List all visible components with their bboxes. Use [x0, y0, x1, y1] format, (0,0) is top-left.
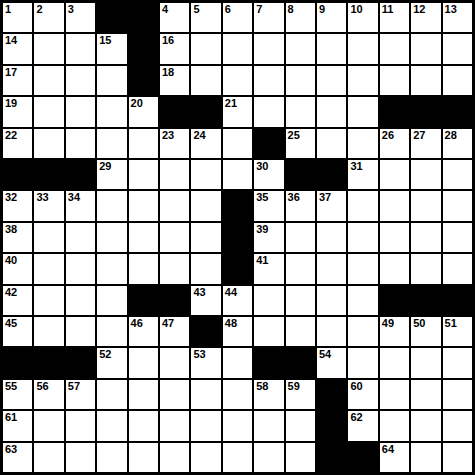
clue-number-34: 34 — [68, 191, 80, 204]
white-square-r0c12[interactable]: 11 — [380, 3, 409, 32]
white-square-r1c11[interactable] — [348, 34, 377, 63]
white-square-r8c6[interactable] — [191, 254, 220, 283]
black-square-r13c10 — [317, 411, 346, 440]
white-square-r12c13[interactable] — [411, 380, 440, 409]
white-square-r6c2[interactable]: 34 — [66, 191, 95, 220]
white-square-r8c12[interactable] — [380, 254, 409, 283]
white-square-r6c0[interactable]: 32 — [3, 191, 32, 220]
white-square-r11c3[interactable]: 52 — [97, 348, 126, 377]
black-square-r6c7 — [223, 191, 252, 220]
white-square-r7c4[interactable] — [129, 223, 158, 252]
clue-number-1: 1 — [5, 3, 11, 16]
clue-number-49: 49 — [382, 317, 394, 330]
white-square-r6c1[interactable]: 33 — [34, 191, 63, 220]
white-square-r9c8[interactable] — [254, 286, 283, 315]
white-square-r5c6[interactable] — [191, 160, 220, 189]
white-square-r8c1[interactable] — [34, 254, 63, 283]
white-square-r8c3[interactable] — [97, 254, 126, 283]
clue-number-27: 27 — [413, 129, 425, 142]
clue-number-55: 55 — [5, 380, 17, 393]
white-square-r11c11[interactable] — [348, 348, 377, 377]
clue-number-4: 4 — [162, 3, 168, 16]
white-square-r4c6[interactable]: 24 — [191, 129, 220, 158]
white-square-r10c1[interactable] — [34, 317, 63, 346]
white-square-r4c12[interactable]: 26 — [380, 129, 409, 158]
black-square-r3c5 — [160, 97, 189, 126]
white-square-r2c10[interactable] — [317, 66, 346, 95]
white-square-r0c0[interactable]: 1 — [3, 3, 32, 32]
white-square-r5c12[interactable] — [380, 160, 409, 189]
white-square-r6c14[interactable] — [443, 191, 472, 220]
clue-number-16: 16 — [162, 34, 174, 47]
black-square-r3c6 — [191, 97, 220, 126]
white-square-r7c2[interactable] — [66, 223, 95, 252]
white-square-r12c5[interactable] — [160, 380, 189, 409]
white-square-r5c14[interactable] — [443, 160, 472, 189]
white-square-r6c13[interactable] — [411, 191, 440, 220]
white-square-r4c7[interactable] — [223, 129, 252, 158]
black-square-r14c10 — [317, 443, 346, 472]
white-square-r6c3[interactable] — [97, 191, 126, 220]
white-square-r12c2[interactable]: 57 — [66, 380, 95, 409]
black-square-r8c7 — [223, 254, 252, 283]
clue-number-22: 22 — [5, 129, 17, 142]
clue-number-7: 7 — [256, 3, 262, 16]
white-square-r4c11[interactable] — [348, 129, 377, 158]
white-square-r2c14[interactable] — [443, 66, 472, 95]
white-square-r3c1[interactable] — [34, 97, 63, 126]
clue-number-9: 9 — [319, 3, 325, 16]
clue-number-37: 37 — [319, 191, 331, 204]
black-square-r14c11 — [348, 443, 377, 472]
clue-number-46: 46 — [131, 317, 143, 330]
white-square-r6c10[interactable]: 37 — [317, 191, 346, 220]
white-square-r8c4[interactable] — [129, 254, 158, 283]
clue-number-47: 47 — [162, 317, 174, 330]
white-square-r2c2[interactable] — [66, 66, 95, 95]
white-square-r8c13[interactable] — [411, 254, 440, 283]
black-square-r9c12 — [380, 286, 409, 315]
white-square-r5c11[interactable]: 31 — [348, 160, 377, 189]
white-square-r12c8[interactable]: 58 — [254, 380, 283, 409]
white-square-r1c9[interactable] — [286, 34, 315, 63]
white-square-r2c3[interactable] — [97, 66, 126, 95]
white-square-r3c9[interactable] — [286, 97, 315, 126]
white-square-r7c8[interactable]: 39 — [254, 223, 283, 252]
white-square-r6c6[interactable] — [191, 191, 220, 220]
clue-number-8: 8 — [288, 3, 294, 16]
black-square-r7c7 — [223, 223, 252, 252]
white-square-r9c1[interactable] — [34, 286, 63, 315]
white-square-r4c4[interactable] — [129, 129, 158, 158]
white-square-r3c10[interactable] — [317, 97, 346, 126]
white-square-r11c14[interactable] — [443, 348, 472, 377]
white-square-r0c13[interactable]: 12 — [411, 3, 440, 32]
black-square-r11c1 — [34, 348, 63, 377]
white-square-r14c12[interactable]: 64 — [380, 443, 409, 472]
crossword-grid: 1234567891011121314151617181920212223242… — [0, 0, 475, 475]
white-square-r10c8[interactable] — [254, 317, 283, 346]
white-square-r0c14[interactable]: 13 — [443, 3, 472, 32]
white-square-r11c7[interactable] — [223, 348, 252, 377]
white-square-r9c2[interactable] — [66, 286, 95, 315]
white-square-r10c9[interactable] — [286, 317, 315, 346]
white-square-r0c2[interactable]: 3 — [66, 3, 95, 32]
white-square-r1c3[interactable]: 15 — [97, 34, 126, 63]
white-square-r10c3[interactable] — [97, 317, 126, 346]
clue-number-36: 36 — [288, 191, 300, 204]
white-square-r5c13[interactable] — [411, 160, 440, 189]
white-square-r7c0[interactable]: 38 — [3, 223, 32, 252]
white-square-r8c0[interactable]: 40 — [3, 254, 32, 283]
clue-number-51: 51 — [445, 317, 457, 330]
white-square-r13c9[interactable] — [286, 411, 315, 440]
white-square-r5c7[interactable] — [223, 160, 252, 189]
white-square-r10c0[interactable]: 45 — [3, 317, 32, 346]
white-square-r3c8[interactable] — [254, 97, 283, 126]
white-square-r0c8[interactable]: 7 — [254, 3, 283, 32]
white-square-r14c6[interactable] — [191, 443, 220, 472]
white-square-r7c12[interactable] — [380, 223, 409, 252]
clue-number-15: 15 — [99, 34, 111, 47]
white-square-r10c10[interactable] — [317, 317, 346, 346]
white-square-r7c6[interactable] — [191, 223, 220, 252]
clue-number-40: 40 — [5, 254, 17, 267]
black-square-r1c4 — [129, 34, 158, 63]
white-square-r10c4[interactable]: 46 — [129, 317, 158, 346]
white-square-r13c5[interactable] — [160, 411, 189, 440]
black-square-r11c0 — [3, 348, 32, 377]
white-square-r5c8[interactable]: 30 — [254, 160, 283, 189]
clue-number-26: 26 — [382, 129, 394, 142]
clue-number-3: 3 — [68, 3, 74, 16]
white-square-r14c14[interactable] — [443, 443, 472, 472]
clue-number-30: 30 — [256, 160, 268, 173]
white-square-r3c7[interactable]: 21 — [223, 97, 252, 126]
white-square-r2c9[interactable] — [286, 66, 315, 95]
white-square-r12c9[interactable]: 59 — [286, 380, 315, 409]
white-square-r10c12[interactable]: 49 — [380, 317, 409, 346]
black-square-r4c8 — [254, 129, 283, 158]
clue-number-29: 29 — [99, 160, 111, 173]
white-square-r2c12[interactable] — [380, 66, 409, 95]
clue-number-53: 53 — [193, 348, 205, 361]
clue-number-14: 14 — [5, 34, 17, 47]
white-square-r2c1[interactable] — [34, 66, 63, 95]
white-square-r10c5[interactable]: 47 — [160, 317, 189, 346]
white-square-r13c6[interactable] — [191, 411, 220, 440]
white-square-r1c1[interactable] — [34, 34, 63, 63]
white-square-r13c12[interactable] — [380, 411, 409, 440]
clue-number-42: 42 — [5, 286, 17, 299]
black-square-r9c13 — [411, 286, 440, 315]
white-square-r11c5[interactable] — [160, 348, 189, 377]
white-square-r4c5[interactable]: 23 — [160, 129, 189, 158]
white-square-r7c13[interactable] — [411, 223, 440, 252]
clue-number-17: 17 — [5, 66, 17, 79]
black-square-r11c9 — [286, 348, 315, 377]
white-square-r3c11[interactable] — [348, 97, 377, 126]
black-square-r0c4 — [129, 3, 158, 32]
white-square-r9c9[interactable] — [286, 286, 315, 315]
white-square-r8c10[interactable] — [317, 254, 346, 283]
clue-number-57: 57 — [68, 380, 80, 393]
black-square-r2c4 — [129, 66, 158, 95]
clue-number-21: 21 — [225, 97, 237, 110]
white-square-r14c0[interactable]: 63 — [3, 443, 32, 472]
white-square-r3c0[interactable]: 19 — [3, 97, 32, 126]
clue-number-28: 28 — [445, 129, 457, 142]
white-square-r4c13[interactable]: 27 — [411, 129, 440, 158]
white-square-r11c6[interactable]: 53 — [191, 348, 220, 377]
black-square-r5c2 — [66, 160, 95, 189]
white-square-r1c7[interactable] — [223, 34, 252, 63]
clue-number-60: 60 — [350, 380, 362, 393]
white-square-r0c9[interactable]: 8 — [286, 3, 315, 32]
clue-number-63: 63 — [5, 443, 17, 456]
black-square-r5c10 — [317, 160, 346, 189]
white-square-r13c4[interactable] — [129, 411, 158, 440]
white-square-r4c1[interactable] — [34, 129, 63, 158]
white-square-r1c6[interactable] — [191, 34, 220, 63]
white-square-r8c8[interactable]: 41 — [254, 254, 283, 283]
white-square-r10c7[interactable]: 48 — [223, 317, 252, 346]
clue-number-58: 58 — [256, 380, 268, 393]
white-square-r14c1[interactable] — [34, 443, 63, 472]
clue-number-33: 33 — [36, 191, 48, 204]
white-square-r2c6[interactable] — [191, 66, 220, 95]
clue-number-39: 39 — [256, 223, 268, 236]
clue-number-38: 38 — [5, 223, 17, 236]
black-square-r10c6 — [191, 317, 220, 346]
black-square-r5c0 — [3, 160, 32, 189]
white-square-r14c7[interactable] — [223, 443, 252, 472]
white-square-r13c0[interactable]: 61 — [3, 411, 32, 440]
white-square-r7c9[interactable] — [286, 223, 315, 252]
white-square-r9c0[interactable]: 42 — [3, 286, 32, 315]
white-square-r4c14[interactable]: 28 — [443, 129, 472, 158]
white-square-r10c2[interactable] — [66, 317, 95, 346]
white-square-r12c12[interactable] — [380, 380, 409, 409]
white-square-r13c2[interactable] — [66, 411, 95, 440]
white-square-r13c7[interactable] — [223, 411, 252, 440]
black-square-r5c1 — [34, 160, 63, 189]
white-square-r11c4[interactable] — [129, 348, 158, 377]
white-square-r8c2[interactable] — [66, 254, 95, 283]
white-square-r3c4[interactable]: 20 — [129, 97, 158, 126]
white-square-r6c9[interactable]: 36 — [286, 191, 315, 220]
white-square-r2c8[interactable] — [254, 66, 283, 95]
white-square-r3c2[interactable] — [66, 97, 95, 126]
white-square-r7c10[interactable] — [317, 223, 346, 252]
black-square-r12c10 — [317, 380, 346, 409]
black-square-r3c12 — [380, 97, 409, 126]
clue-number-23: 23 — [162, 129, 174, 142]
white-square-r5c5[interactable] — [160, 160, 189, 189]
white-square-r10c13[interactable]: 50 — [411, 317, 440, 346]
white-square-r6c12[interactable] — [380, 191, 409, 220]
clue-number-6: 6 — [225, 3, 231, 16]
white-square-r0c11[interactable]: 10 — [348, 3, 377, 32]
clue-number-10: 10 — [350, 3, 362, 16]
white-square-r6c5[interactable] — [160, 191, 189, 220]
white-square-r2c13[interactable] — [411, 66, 440, 95]
clue-number-50: 50 — [413, 317, 425, 330]
clue-number-18: 18 — [162, 66, 174, 79]
clue-number-56: 56 — [36, 380, 48, 393]
white-square-r8c9[interactable] — [286, 254, 315, 283]
white-square-r1c8[interactable] — [254, 34, 283, 63]
black-square-r9c4 — [129, 286, 158, 315]
white-square-r6c8[interactable]: 35 — [254, 191, 283, 220]
clue-number-61: 61 — [5, 411, 17, 424]
black-square-r9c5 — [160, 286, 189, 315]
white-square-r9c7[interactable]: 44 — [223, 286, 252, 315]
white-square-r12c14[interactable] — [443, 380, 472, 409]
white-square-r13c13[interactable] — [411, 411, 440, 440]
clue-number-20: 20 — [131, 97, 143, 110]
clue-number-43: 43 — [193, 286, 205, 299]
white-square-r14c13[interactable] — [411, 443, 440, 472]
clue-number-2: 2 — [36, 3, 42, 16]
white-square-r5c3[interactable]: 29 — [97, 160, 126, 189]
white-square-r14c4[interactable] — [129, 443, 158, 472]
clue-number-13: 13 — [445, 3, 457, 16]
white-square-r0c6[interactable]: 5 — [191, 3, 220, 32]
white-square-r14c8[interactable] — [254, 443, 283, 472]
white-square-r14c3[interactable] — [97, 443, 126, 472]
clue-number-31: 31 — [350, 160, 362, 173]
white-square-r13c14[interactable] — [443, 411, 472, 440]
white-square-r2c0[interactable]: 17 — [3, 66, 32, 95]
white-square-r7c14[interactable] — [443, 223, 472, 252]
white-square-r10c11[interactable] — [348, 317, 377, 346]
clue-number-59: 59 — [288, 380, 300, 393]
clue-number-41: 41 — [256, 254, 268, 267]
white-square-r11c10[interactable]: 54 — [317, 348, 346, 377]
clue-number-24: 24 — [193, 129, 205, 142]
white-square-r3c3[interactable] — [97, 97, 126, 126]
white-square-r4c0[interactable]: 22 — [3, 129, 32, 158]
white-square-r9c6[interactable]: 43 — [191, 286, 220, 315]
white-square-r1c13[interactable] — [411, 34, 440, 63]
white-square-r1c10[interactable] — [317, 34, 346, 63]
clue-number-44: 44 — [225, 286, 237, 299]
black-square-r11c8 — [254, 348, 283, 377]
white-square-r13c3[interactable] — [97, 411, 126, 440]
clue-number-5: 5 — [193, 3, 199, 16]
white-square-r10c14[interactable]: 51 — [443, 317, 472, 346]
clue-number-12: 12 — [413, 3, 425, 16]
clue-number-35: 35 — [256, 191, 268, 204]
white-square-r8c5[interactable] — [160, 254, 189, 283]
white-square-r2c11[interactable] — [348, 66, 377, 95]
black-square-r3c13 — [411, 97, 440, 126]
clue-number-25: 25 — [288, 129, 300, 142]
clue-number-64: 64 — [382, 443, 394, 456]
white-square-r12c1[interactable]: 56 — [34, 380, 63, 409]
white-square-r0c10[interactable]: 9 — [317, 3, 346, 32]
clue-number-54: 54 — [319, 348, 331, 361]
white-square-r4c3[interactable] — [97, 129, 126, 158]
white-square-r14c5[interactable] — [160, 443, 189, 472]
white-square-r12c7[interactable] — [223, 380, 252, 409]
black-square-r5c9 — [286, 160, 315, 189]
white-square-r4c9[interactable]: 25 — [286, 129, 315, 158]
white-square-r14c9[interactable] — [286, 443, 315, 472]
white-square-r9c10[interactable] — [317, 286, 346, 315]
black-square-r9c14 — [443, 286, 472, 315]
white-square-r1c5[interactable]: 16 — [160, 34, 189, 63]
clue-number-32: 32 — [5, 191, 17, 204]
white-square-r5c4[interactable] — [129, 160, 158, 189]
white-square-r0c5[interactable]: 4 — [160, 3, 189, 32]
white-square-r4c2[interactable] — [66, 129, 95, 158]
white-square-r12c0[interactable]: 55 — [3, 380, 32, 409]
white-square-r12c11[interactable]: 60 — [348, 380, 377, 409]
black-square-r0c3 — [97, 3, 126, 32]
black-square-r11c2 — [66, 348, 95, 377]
white-square-r1c14[interactable] — [443, 34, 472, 63]
clue-number-19: 19 — [5, 97, 17, 110]
white-square-r11c13[interactable] — [411, 348, 440, 377]
white-square-r11c12[interactable] — [380, 348, 409, 377]
white-square-r1c2[interactable] — [66, 34, 95, 63]
white-square-r14c2[interactable] — [66, 443, 95, 472]
white-square-r12c4[interactable] — [129, 380, 158, 409]
clue-number-48: 48 — [225, 317, 237, 330]
white-square-r8c11[interactable] — [348, 254, 377, 283]
clue-number-45: 45 — [5, 317, 17, 330]
white-square-r2c7[interactable] — [223, 66, 252, 95]
white-square-r1c0[interactable]: 14 — [3, 34, 32, 63]
white-square-r7c11[interactable] — [348, 223, 377, 252]
clue-number-62: 62 — [350, 411, 362, 424]
white-square-r0c7[interactable]: 6 — [223, 3, 252, 32]
white-square-r12c6[interactable] — [191, 380, 220, 409]
white-square-r8c14[interactable] — [443, 254, 472, 283]
white-square-r4c10[interactable] — [317, 129, 346, 158]
white-square-r7c5[interactable] — [160, 223, 189, 252]
white-square-r13c1[interactable] — [34, 411, 63, 440]
white-square-r7c3[interactable] — [97, 223, 126, 252]
clue-number-11: 11 — [382, 3, 394, 16]
white-square-r6c4[interactable] — [129, 191, 158, 220]
white-square-r7c1[interactable] — [34, 223, 63, 252]
clue-number-52: 52 — [99, 348, 111, 361]
white-square-r13c8[interactable] — [254, 411, 283, 440]
black-square-r3c14 — [443, 97, 472, 126]
white-square-r9c11[interactable] — [348, 286, 377, 315]
white-square-r2c5[interactable]: 18 — [160, 66, 189, 95]
white-square-r1c12[interactable] — [380, 34, 409, 63]
white-square-r0c1[interactable]: 2 — [34, 3, 63, 32]
white-square-r12c3[interactable] — [97, 380, 126, 409]
white-square-r9c3[interactable] — [97, 286, 126, 315]
white-square-r6c11[interactable] — [348, 191, 377, 220]
white-square-r13c11[interactable]: 62 — [348, 411, 377, 440]
